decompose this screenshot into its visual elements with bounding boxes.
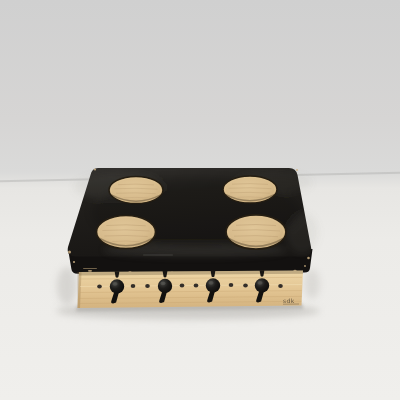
burner-back-left [109, 176, 163, 203]
photo-backdrop: sdk [0, 0, 400, 400]
burner-front-left [96, 216, 155, 249]
toy-stove: sdk [0, 0, 400, 400]
burner-back-right [223, 176, 277, 203]
burner-front-right [226, 215, 286, 249]
brand-logo-text: sdk [283, 297, 295, 304]
